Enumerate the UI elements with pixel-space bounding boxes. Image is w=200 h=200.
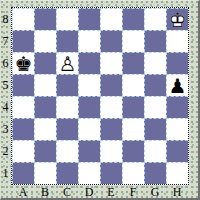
file-label-g: G xyxy=(144,185,166,200)
chess-board: ♚♔♚♟♙♟ xyxy=(11,7,189,185)
square-c4[interactable] xyxy=(56,96,78,118)
chess-diagram: 87654321 ♚♔♚♟♙♟ ABCDEFGH xyxy=(0,0,200,200)
square-c6[interactable]: ♟♙ xyxy=(56,52,78,74)
file-label-a: A xyxy=(12,185,34,200)
square-g3[interactable] xyxy=(144,118,166,140)
square-f8[interactable] xyxy=(122,8,144,30)
rank-label-2: 2 xyxy=(0,140,11,162)
square-d7[interactable] xyxy=(78,30,100,52)
black-pawn[interactable]: ♟ xyxy=(167,75,188,97)
square-f5[interactable] xyxy=(122,74,144,96)
square-e2[interactable] xyxy=(100,140,122,162)
square-d1[interactable] xyxy=(78,162,100,184)
square-f3[interactable] xyxy=(122,118,144,140)
square-c3[interactable] xyxy=(56,118,78,140)
file-label-h: H xyxy=(166,185,188,200)
square-f1[interactable] xyxy=(122,162,144,184)
white-pawn[interactable]: ♟♙ xyxy=(57,53,78,75)
square-a2[interactable] xyxy=(12,140,34,162)
rank-labels: 87654321 xyxy=(0,8,11,184)
square-a6[interactable]: ♚ xyxy=(12,52,34,74)
square-f4[interactable] xyxy=(122,96,144,118)
square-h7[interactable] xyxy=(166,30,188,52)
square-d4[interactable] xyxy=(78,96,100,118)
file-labels: ABCDEFGH xyxy=(12,185,188,198)
square-c7[interactable] xyxy=(56,30,78,52)
square-d8[interactable] xyxy=(78,8,100,30)
file-label-e: E xyxy=(100,185,122,200)
square-b7[interactable] xyxy=(34,30,56,52)
square-h6[interactable] xyxy=(166,52,188,74)
square-c8[interactable] xyxy=(56,8,78,30)
square-f2[interactable] xyxy=(122,140,144,162)
square-b2[interactable] xyxy=(34,140,56,162)
square-a5[interactable] xyxy=(12,74,34,96)
square-g7[interactable] xyxy=(144,30,166,52)
rank-label-3: 3 xyxy=(0,118,11,140)
square-e8[interactable] xyxy=(100,8,122,30)
square-a7[interactable] xyxy=(12,30,34,52)
square-b4[interactable] xyxy=(34,96,56,118)
square-b3[interactable] xyxy=(34,118,56,140)
file-label-b: B xyxy=(34,185,56,200)
square-b5[interactable] xyxy=(34,74,56,96)
square-h3[interactable] xyxy=(166,118,188,140)
rank-label-5: 5 xyxy=(0,74,11,96)
square-e5[interactable] xyxy=(100,74,122,96)
black-king[interactable]: ♚ xyxy=(13,53,34,75)
file-label-f: F xyxy=(122,185,144,200)
square-g5[interactable] xyxy=(144,74,166,96)
square-a4[interactable] xyxy=(12,96,34,118)
file-label-d: D xyxy=(78,185,100,200)
square-h1[interactable] xyxy=(166,162,188,184)
square-f7[interactable] xyxy=(122,30,144,52)
square-c1[interactable] xyxy=(56,162,78,184)
square-e4[interactable] xyxy=(100,96,122,118)
rank-label-7: 7 xyxy=(0,30,11,52)
square-e7[interactable] xyxy=(100,30,122,52)
square-h2[interactable] xyxy=(166,140,188,162)
rank-label-6: 6 xyxy=(0,52,11,74)
square-h4[interactable] xyxy=(166,96,188,118)
square-g1[interactable] xyxy=(144,162,166,184)
square-g8[interactable] xyxy=(144,8,166,30)
square-e1[interactable] xyxy=(100,162,122,184)
square-d5[interactable] xyxy=(78,74,100,96)
square-d6[interactable] xyxy=(78,52,100,74)
square-c2[interactable] xyxy=(56,140,78,162)
square-g4[interactable] xyxy=(144,96,166,118)
square-g2[interactable] xyxy=(144,140,166,162)
square-a1[interactable] xyxy=(12,162,34,184)
rank-label-1: 1 xyxy=(0,162,11,184)
square-b8[interactable] xyxy=(34,8,56,30)
square-b1[interactable] xyxy=(34,162,56,184)
white-king[interactable]: ♚♔ xyxy=(167,9,188,31)
square-h5[interactable]: ♟ xyxy=(166,74,188,96)
file-label-c: C xyxy=(56,185,78,200)
square-c5[interactable] xyxy=(56,74,78,96)
square-h8[interactable]: ♚♔ xyxy=(166,8,188,30)
square-b6[interactable] xyxy=(34,52,56,74)
rank-label-4: 4 xyxy=(0,96,11,118)
square-e6[interactable] xyxy=(100,52,122,74)
square-d3[interactable] xyxy=(78,118,100,140)
rank-label-8: 8 xyxy=(0,8,11,30)
square-a8[interactable] xyxy=(12,8,34,30)
square-a3[interactable] xyxy=(12,118,34,140)
square-e3[interactable] xyxy=(100,118,122,140)
square-f6[interactable] xyxy=(122,52,144,74)
square-g6[interactable] xyxy=(144,52,166,74)
square-d2[interactable] xyxy=(78,140,100,162)
